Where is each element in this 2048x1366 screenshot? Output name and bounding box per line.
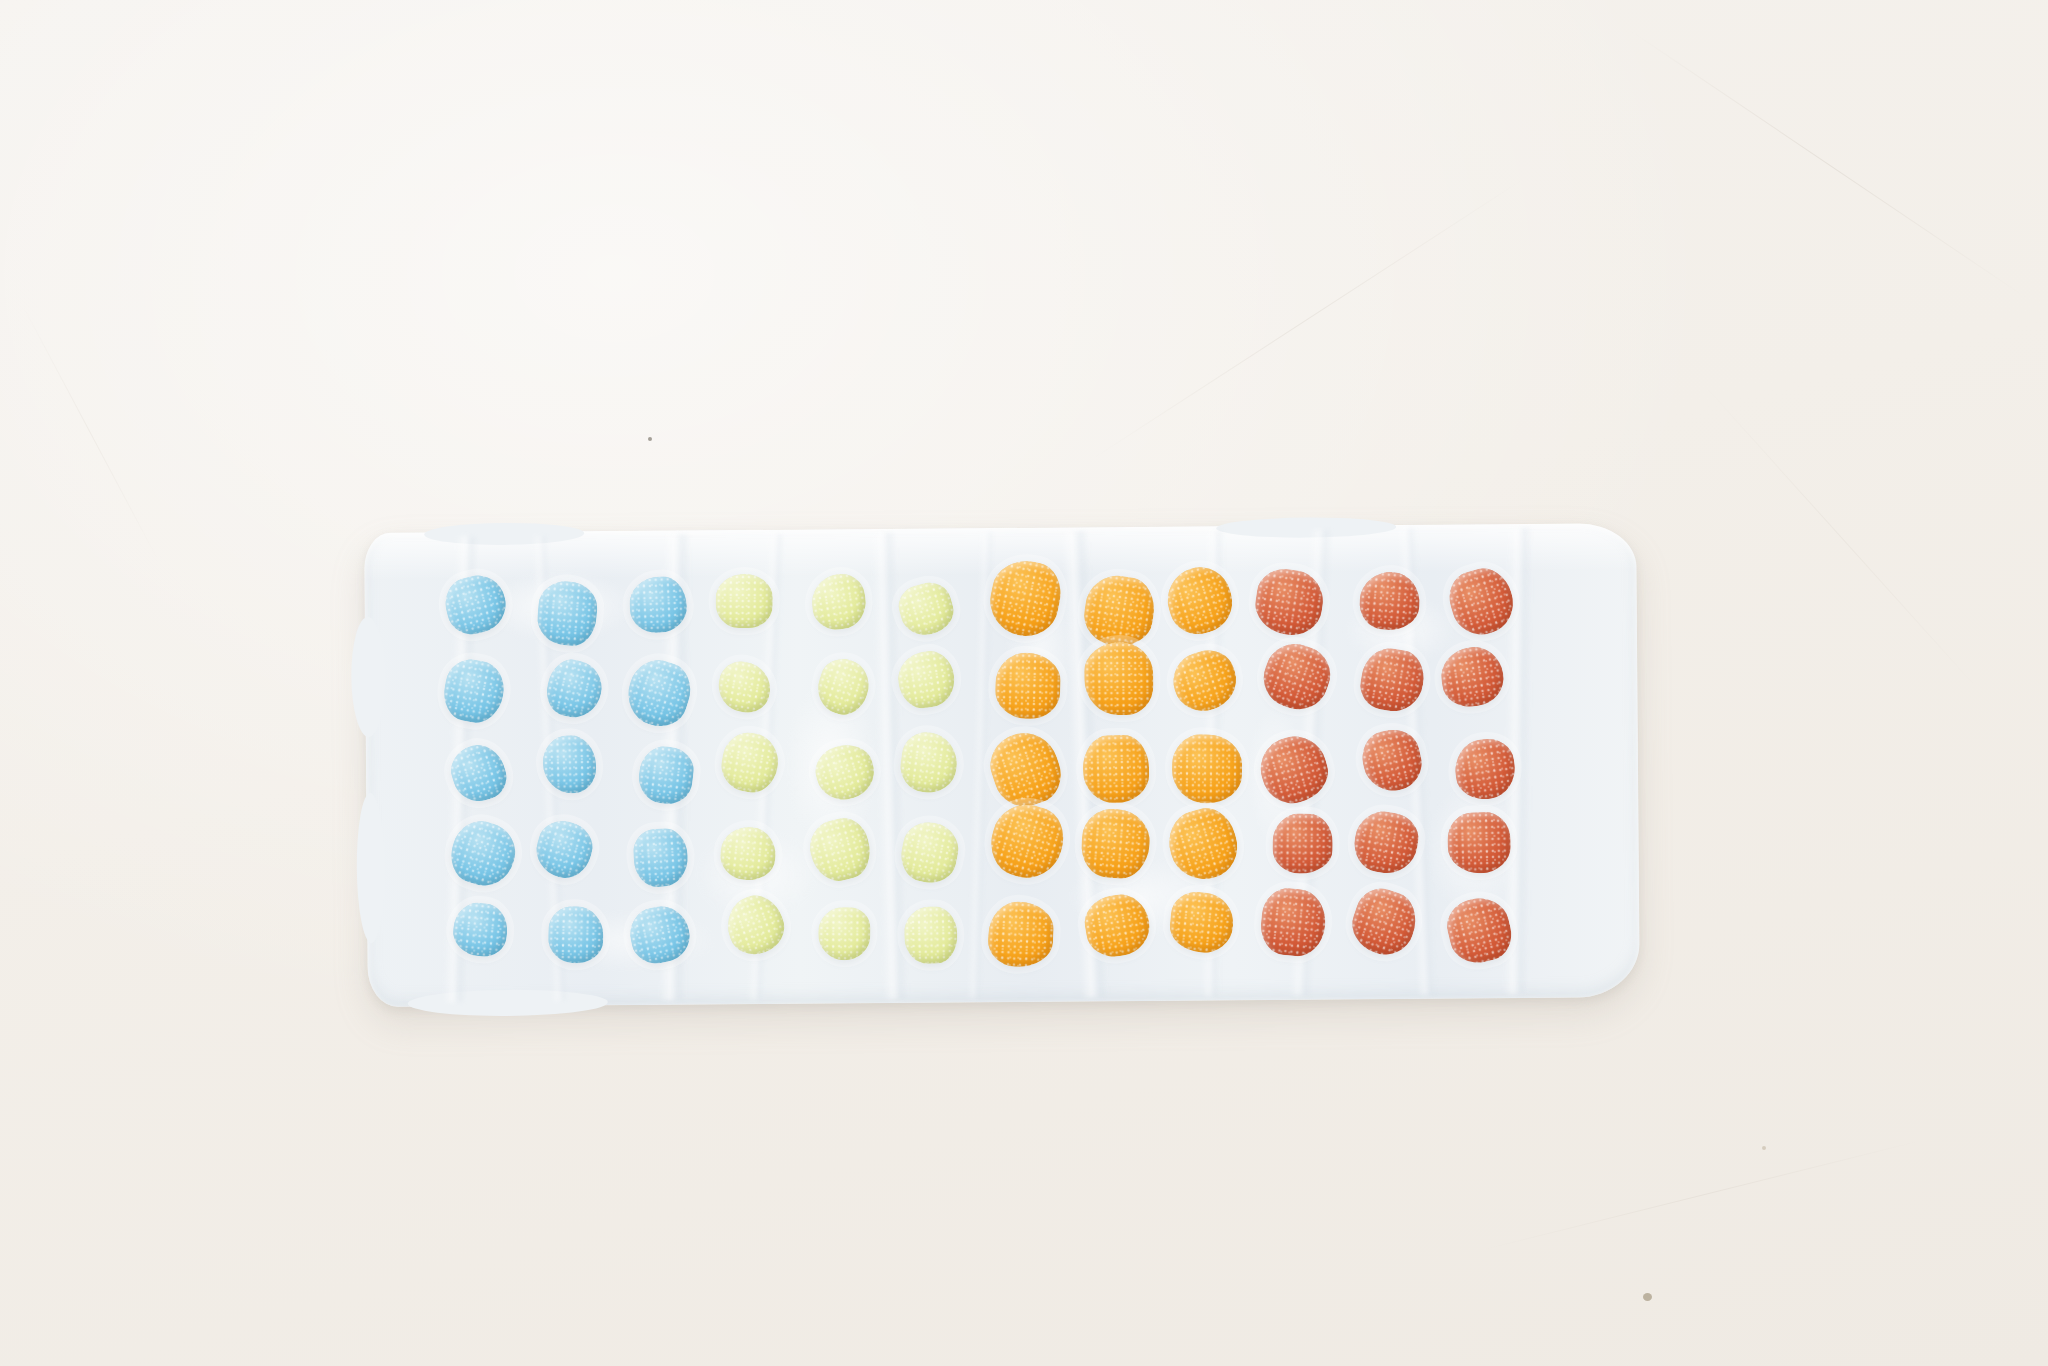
grid-cell xyxy=(432,811,524,893)
candy-dot-lime-green xyxy=(818,907,871,960)
grid-cell xyxy=(1251,723,1343,805)
candy-dot-red xyxy=(1258,886,1328,959)
grid-cell xyxy=(1340,561,1432,643)
grid-cell xyxy=(705,809,797,891)
paper-edge-bump xyxy=(351,617,386,737)
candy-dot-orange xyxy=(1082,734,1150,804)
grid-cell xyxy=(615,890,707,972)
grid-cell xyxy=(794,565,886,647)
grid-cell xyxy=(1161,886,1253,968)
candy-dot-blue xyxy=(541,655,606,722)
scratch-line xyxy=(1090,177,1527,461)
grid-cell xyxy=(1433,722,1525,804)
paper-edge-bump xyxy=(408,989,608,1017)
paper-edge-bump xyxy=(356,793,385,943)
candy-dot-lime-green xyxy=(896,817,963,887)
candy-dot-blue xyxy=(632,827,689,888)
grid-cell xyxy=(613,647,705,729)
grid-cell xyxy=(1431,560,1523,642)
grid-cell xyxy=(1342,723,1434,805)
grid-cell xyxy=(797,889,889,971)
grid-cell xyxy=(522,648,614,730)
grid-cell xyxy=(888,888,980,970)
candy-dot-blue xyxy=(535,579,599,647)
candy-dot-red xyxy=(1253,729,1334,810)
grid-cell xyxy=(1341,642,1433,724)
grid-cell xyxy=(431,649,523,731)
crumb-speck xyxy=(1643,1293,1652,1301)
candy-dot-lime-green xyxy=(719,888,791,961)
candy-dot-orange xyxy=(1161,801,1245,887)
grid-cell xyxy=(433,892,525,974)
candy-dot-blue xyxy=(439,655,508,727)
photo-background xyxy=(0,0,2048,1366)
candy-dot-blue xyxy=(530,815,598,884)
candy-dot-red xyxy=(1272,813,1333,874)
candy-dot-lime-green xyxy=(714,658,774,716)
candy-dot-blue xyxy=(548,906,605,964)
candy-dot-lime-green xyxy=(809,738,880,806)
candy-dot-blue xyxy=(635,744,695,807)
candy-dot-lime-green xyxy=(894,647,958,711)
candy-dot-orange xyxy=(994,651,1061,719)
grid-cell xyxy=(614,728,706,810)
candy-dot-orange xyxy=(1159,559,1239,640)
candy-dot-red xyxy=(1437,643,1507,710)
grid-cell xyxy=(885,564,977,646)
candy-dot-red xyxy=(1344,881,1423,961)
candy-dot-red xyxy=(1255,635,1338,717)
candy-dot-red xyxy=(1356,724,1427,797)
crumb-speck xyxy=(648,437,652,441)
candy-dot-blue xyxy=(542,734,596,793)
candy-dot-lime-green xyxy=(718,824,778,882)
grid-cell xyxy=(612,566,704,648)
grid-cell xyxy=(1343,885,1435,967)
grid-cell xyxy=(796,808,888,890)
candy-dot-orange xyxy=(1167,889,1236,955)
paper-edge-bump xyxy=(1216,517,1396,538)
grid-cell xyxy=(614,809,706,891)
grid-cell xyxy=(1068,644,1160,726)
grid-cell xyxy=(1069,806,1161,888)
grid-cell xyxy=(1159,643,1251,725)
grid-cell xyxy=(1342,804,1434,886)
candy-dot-red xyxy=(1450,735,1518,803)
candy-dot-red xyxy=(1251,565,1327,639)
candy-dot-orange xyxy=(1080,571,1159,650)
candy-dot-red xyxy=(1356,644,1427,715)
grid-cell xyxy=(705,728,797,810)
candy-dot-orange xyxy=(987,900,1055,968)
candy-dot-blue xyxy=(450,901,509,959)
crumb-speck xyxy=(1762,1146,1766,1150)
dot-grid xyxy=(430,560,1525,974)
candy-dot-blue xyxy=(620,653,698,733)
candy-strip xyxy=(364,523,1640,1007)
grid-cell xyxy=(1433,803,1525,885)
scratch-line xyxy=(1630,30,2028,299)
grid-cell xyxy=(1250,642,1342,724)
candy-dot-red xyxy=(1350,807,1422,878)
grid-cell xyxy=(886,645,978,727)
candy-dot-orange xyxy=(1080,890,1153,961)
candy-dot-orange xyxy=(1171,734,1242,804)
grid-cell xyxy=(1069,725,1161,807)
candy-dot-orange xyxy=(1078,807,1151,881)
grid-cell xyxy=(430,568,522,650)
candy-dot-lime-green xyxy=(715,573,773,628)
grid-cell xyxy=(704,647,796,729)
candy-dot-blue xyxy=(625,901,694,968)
scratch-line xyxy=(20,300,162,565)
paper-edge-bump xyxy=(424,522,584,545)
grid-cell xyxy=(977,644,1069,726)
grid-cell xyxy=(521,567,613,649)
grid-cell xyxy=(887,726,979,808)
candy-dot-lime-green xyxy=(804,813,876,887)
candy-dot-orange xyxy=(1166,643,1244,718)
grid-cell xyxy=(524,891,616,973)
grid-cell xyxy=(978,806,1070,888)
grid-cell xyxy=(796,727,888,809)
grid-cell xyxy=(703,566,795,648)
candy-dot-lime-green xyxy=(811,653,875,721)
scratch-line xyxy=(1480,1139,1927,1251)
grid-cell xyxy=(887,807,979,889)
candy-dot-lime-green xyxy=(897,729,960,796)
candy-dot-orange xyxy=(982,724,1069,814)
grid-cell xyxy=(795,646,887,728)
candy-dot-blue xyxy=(439,570,511,640)
grid-cell xyxy=(1434,884,1526,966)
candy-dot-blue xyxy=(629,575,688,633)
candy-dot-red xyxy=(1442,562,1520,642)
candy-dot-red xyxy=(1447,811,1512,874)
grid-cell xyxy=(1067,563,1159,645)
candy-dot-orange xyxy=(984,555,1067,642)
grid-cell xyxy=(1252,885,1344,967)
grid-cell xyxy=(979,887,1071,969)
grid-cell xyxy=(976,563,1068,645)
grid-cell xyxy=(1158,562,1250,644)
grid-cell xyxy=(1249,561,1341,643)
grid-cell xyxy=(1160,805,1252,887)
candy-dot-lime-green xyxy=(717,729,782,796)
grid-cell xyxy=(1251,804,1343,886)
grid-cell xyxy=(432,730,524,812)
candy-dot-lime-green xyxy=(904,906,958,964)
grid-cell xyxy=(523,729,615,811)
grid-cell xyxy=(1160,724,1252,806)
candy-dot-blue xyxy=(444,814,523,893)
candy-dot-orange xyxy=(983,796,1072,886)
grid-cell xyxy=(523,810,615,892)
scratch-line xyxy=(1700,380,1982,693)
candy-dot-red xyxy=(1441,891,1516,968)
candy-dot-red xyxy=(1357,569,1421,632)
candy-dot-orange xyxy=(1084,642,1154,716)
grid-cell xyxy=(1432,641,1524,723)
grid-cell xyxy=(978,725,1070,807)
candy-dot-blue xyxy=(445,738,512,807)
grid-cell xyxy=(1070,887,1162,969)
grid-cell xyxy=(706,890,798,972)
candy-dot-lime-green xyxy=(894,577,959,640)
candy-dot-lime-green xyxy=(807,571,868,633)
